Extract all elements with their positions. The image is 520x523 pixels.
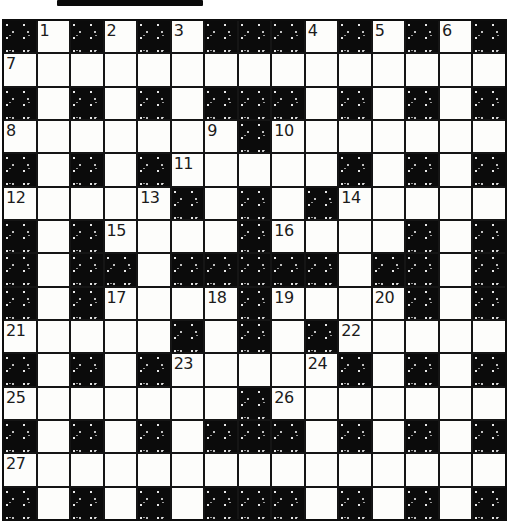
white-cell-r9c7[interactable]: 18 <box>205 288 237 319</box>
black-cell-r9c3 <box>71 288 103 319</box>
black-cell-r1c7 <box>205 21 237 52</box>
black-cell-r8c4 <box>105 254 137 285</box>
white-cell-r10c14[interactable] <box>440 321 472 352</box>
clue-number-24: 24 <box>308 354 327 373</box>
white-cell-r12c2[interactable] <box>38 388 70 419</box>
white-cell-r2c9[interactable] <box>272 54 304 85</box>
black-cell-r1c11 <box>339 21 371 52</box>
clue-number-20: 20 <box>375 288 394 307</box>
white-cell-r3c4[interactable] <box>105 88 137 119</box>
white-cell-r10c3[interactable] <box>71 321 103 352</box>
clue-number-2: 2 <box>107 21 117 40</box>
white-cell-r14c1[interactable]: 27 <box>4 454 36 485</box>
white-cell-r14c4[interactable] <box>105 454 137 485</box>
white-cell-r7c11[interactable] <box>339 221 371 252</box>
white-cell-r6c12[interactable] <box>373 188 405 219</box>
black-cell-r6c6 <box>172 188 204 219</box>
white-cell-r6c7[interactable] <box>205 188 237 219</box>
white-cell-r13c14[interactable] <box>440 421 472 452</box>
white-cell-r4c10[interactable] <box>306 121 338 152</box>
black-cell-r1c1 <box>4 21 36 52</box>
white-cell-r10c11[interactable]: 22 <box>339 321 371 352</box>
black-cell-r6c8 <box>239 188 271 219</box>
white-cell-r15c6[interactable] <box>172 488 204 519</box>
white-cell-r12c12[interactable] <box>373 388 405 419</box>
white-cell-r4c3[interactable] <box>71 121 103 152</box>
white-cell-r6c15[interactable] <box>473 188 505 219</box>
clue-number-17: 17 <box>107 288 126 307</box>
white-cell-r10c15[interactable] <box>473 321 505 352</box>
black-cell-r3c3 <box>71 88 103 119</box>
clue-number-4: 4 <box>308 21 318 40</box>
white-cell-r5c8[interactable] <box>239 154 271 185</box>
black-cell-r13c13 <box>406 421 438 452</box>
white-cell-r11c9[interactable] <box>272 354 304 385</box>
white-cell-r2c10[interactable] <box>306 54 338 85</box>
black-cell-r3c7 <box>205 88 237 119</box>
clue-number-16: 16 <box>274 221 293 240</box>
black-cell-r3c13 <box>406 88 438 119</box>
white-cell-r11c4[interactable] <box>105 354 137 385</box>
white-cell-r9c14[interactable] <box>440 288 472 319</box>
black-cell-r8c13 <box>406 254 438 285</box>
white-cell-r11c7[interactable] <box>205 354 237 385</box>
black-cell-r15c15 <box>473 488 505 519</box>
black-cell-r8c12 <box>373 254 405 285</box>
black-cell-r8c3 <box>71 254 103 285</box>
white-cell-r7c10[interactable] <box>306 221 338 252</box>
clue-number-5: 5 <box>375 21 385 40</box>
black-cell-r15c5 <box>138 488 170 519</box>
black-cell-r15c9 <box>272 488 304 519</box>
white-cell-r2c8[interactable] <box>239 54 271 85</box>
black-cell-r5c3 <box>71 154 103 185</box>
black-cell-r15c7 <box>205 488 237 519</box>
black-cell-r13c11 <box>339 421 371 452</box>
white-cell-r12c6[interactable] <box>172 388 204 419</box>
black-cell-r1c9 <box>272 21 304 52</box>
white-cell-r3c12[interactable] <box>373 88 405 119</box>
white-cell-r6c13[interactable] <box>406 188 438 219</box>
white-cell-r11c8[interactable] <box>239 354 271 385</box>
white-cell-r15c2[interactable] <box>38 488 70 519</box>
black-cell-r3c1 <box>4 88 36 119</box>
white-cell-r5c12[interactable] <box>373 154 405 185</box>
white-cell-r9c6[interactable] <box>172 288 204 319</box>
black-cell-r8c7 <box>205 254 237 285</box>
black-cell-r8c15 <box>473 254 505 285</box>
black-cell-r5c13 <box>406 154 438 185</box>
black-cell-r3c15 <box>473 88 505 119</box>
black-cell-r10c10 <box>306 321 338 352</box>
black-cell-r11c11 <box>339 354 371 385</box>
white-cell-r4c6[interactable] <box>172 121 204 152</box>
white-cell-r7c14[interactable] <box>440 221 472 252</box>
white-cell-r4c5[interactable] <box>138 121 170 152</box>
black-cell-r1c3 <box>71 21 103 52</box>
white-cell-r4c1[interactable]: 8 <box>4 121 36 152</box>
white-cell-r13c4[interactable] <box>105 421 137 452</box>
black-cell-r7c8 <box>239 221 271 252</box>
white-cell-r6c14[interactable] <box>440 188 472 219</box>
white-cell-r6c3[interactable] <box>71 188 103 219</box>
white-cell-r9c4[interactable]: 17 <box>105 288 137 319</box>
white-cell-r2c6[interactable] <box>172 54 204 85</box>
white-cell-r5c14[interactable] <box>440 154 472 185</box>
white-cell-r1c6[interactable]: 3 <box>172 21 204 52</box>
black-cell-r3c8 <box>239 88 271 119</box>
white-cell-r2c7[interactable] <box>205 54 237 85</box>
white-cell-r13c6[interactable] <box>172 421 204 452</box>
white-cell-r9c10[interactable] <box>306 288 338 319</box>
black-cell-r15c11 <box>339 488 371 519</box>
white-cell-r12c7[interactable] <box>205 388 237 419</box>
white-cell-r6c1[interactable]: 12 <box>4 188 36 219</box>
black-cell-r1c8 <box>239 21 271 52</box>
white-cell-r7c9[interactable]: 16 <box>272 221 304 252</box>
clue-number-23: 23 <box>174 354 193 373</box>
white-cell-r4c7[interactable]: 9 <box>205 121 237 152</box>
black-cell-r11c5 <box>138 354 170 385</box>
white-cell-r1c12[interactable]: 5 <box>373 21 405 52</box>
white-cell-r14c15[interactable] <box>473 454 505 485</box>
white-cell-r6c5[interactable]: 13 <box>138 188 170 219</box>
black-cell-r1c13 <box>406 21 438 52</box>
white-cell-r7c7[interactable] <box>205 221 237 252</box>
white-cell-r1c14[interactable]: 6 <box>440 21 472 52</box>
white-cell-r3c6[interactable] <box>172 88 204 119</box>
white-cell-r9c2[interactable] <box>38 288 70 319</box>
white-cell-r3c10[interactable] <box>306 88 338 119</box>
white-cell-r2c12[interactable] <box>373 54 405 85</box>
white-cell-r3c2[interactable] <box>38 88 70 119</box>
white-cell-r4c14[interactable] <box>440 121 472 152</box>
white-cell-r12c5[interactable] <box>138 388 170 419</box>
white-cell-r3c14[interactable] <box>440 88 472 119</box>
white-cell-r7c2[interactable] <box>38 221 70 252</box>
white-cell-r11c12[interactable] <box>373 354 405 385</box>
white-cell-r14c5[interactable] <box>138 454 170 485</box>
black-cell-r13c1 <box>4 421 36 452</box>
black-cell-r13c15 <box>473 421 505 452</box>
black-cell-r8c1 <box>4 254 36 285</box>
black-cell-r5c15 <box>473 154 505 185</box>
black-cell-r10c8 <box>239 321 271 352</box>
black-cell-r13c8 <box>239 421 271 452</box>
white-cell-r14c8[interactable] <box>239 454 271 485</box>
white-cell-r10c2[interactable] <box>38 321 70 352</box>
black-cell-r15c8 <box>239 488 271 519</box>
white-cell-r14c2[interactable] <box>38 454 70 485</box>
white-cell-r2c13[interactable] <box>406 54 438 85</box>
white-cell-r8c5[interactable] <box>138 254 170 285</box>
white-cell-r9c12[interactable]: 20 <box>373 288 405 319</box>
black-cell-r7c13 <box>406 221 438 252</box>
white-cell-r12c3[interactable] <box>71 388 103 419</box>
black-cell-r8c9 <box>272 254 304 285</box>
white-cell-r2c3[interactable] <box>71 54 103 85</box>
black-cell-r9c15 <box>473 288 505 319</box>
black-cell-r11c15 <box>473 354 505 385</box>
black-cell-r8c8 <box>239 254 271 285</box>
white-cell-r6c4[interactable] <box>105 188 137 219</box>
white-cell-r15c12[interactable] <box>373 488 405 519</box>
black-cell-r8c10 <box>306 254 338 285</box>
black-cell-r7c1 <box>4 221 36 252</box>
black-cell-r15c3 <box>71 488 103 519</box>
white-cell-r11c14[interactable] <box>440 354 472 385</box>
black-cell-r15c1 <box>4 488 36 519</box>
black-cell-r9c1 <box>4 288 36 319</box>
redacted-title-bar <box>57 0 203 6</box>
black-cell-r3c5 <box>138 88 170 119</box>
clue-number-8: 8 <box>6 121 16 140</box>
white-cell-r2c2[interactable] <box>38 54 70 85</box>
black-cell-r1c15 <box>473 21 505 52</box>
white-cell-r5c9[interactable] <box>272 154 304 185</box>
white-cell-r2c14[interactable] <box>440 54 472 85</box>
crossword-grid: 1234567891011121314151617181920212223242… <box>2 19 507 521</box>
white-cell-r6c11[interactable]: 14 <box>339 188 371 219</box>
clue-number-15: 15 <box>107 221 126 240</box>
white-cell-r8c11[interactable] <box>339 254 371 285</box>
clue-number-27: 27 <box>6 454 25 473</box>
white-cell-r4c2[interactable] <box>38 121 70 152</box>
white-cell-r10c7[interactable] <box>205 321 237 352</box>
black-cell-r13c3 <box>71 421 103 452</box>
clue-number-22: 22 <box>341 321 360 340</box>
white-cell-r12c14[interactable] <box>440 388 472 419</box>
white-cell-r14c6[interactable] <box>172 454 204 485</box>
clue-number-18: 18 <box>207 288 226 307</box>
white-cell-r14c10[interactable] <box>306 454 338 485</box>
white-cell-r4c12[interactable] <box>373 121 405 152</box>
black-cell-r11c3 <box>71 354 103 385</box>
black-cell-r3c11 <box>339 88 371 119</box>
black-cell-r13c5 <box>138 421 170 452</box>
black-cell-r5c5 <box>138 154 170 185</box>
clue-number-10: 10 <box>274 121 293 140</box>
clue-number-7: 7 <box>6 54 16 73</box>
black-cell-r12c8 <box>239 388 271 419</box>
black-cell-r10c6 <box>172 321 204 352</box>
white-cell-r2c1[interactable]: 7 <box>4 54 36 85</box>
white-cell-r4c15[interactable] <box>473 121 505 152</box>
white-cell-r12c10[interactable] <box>306 388 338 419</box>
clue-number-14: 14 <box>341 188 360 207</box>
white-cell-r2c4[interactable] <box>105 54 137 85</box>
white-cell-r12c15[interactable] <box>473 388 505 419</box>
white-cell-r14c9[interactable] <box>272 454 304 485</box>
black-cell-r11c13 <box>406 354 438 385</box>
white-cell-r10c1[interactable]: 21 <box>4 321 36 352</box>
white-cell-r8c14[interactable] <box>440 254 472 285</box>
white-cell-r4c9[interactable]: 10 <box>272 121 304 152</box>
white-cell-r6c2[interactable] <box>38 188 70 219</box>
black-cell-r1c5 <box>138 21 170 52</box>
white-cell-r14c11[interactable] <box>339 454 371 485</box>
white-cell-r14c13[interactable] <box>406 454 438 485</box>
clue-number-3: 3 <box>174 21 184 40</box>
white-cell-r14c7[interactable] <box>205 454 237 485</box>
white-cell-r12c13[interactable] <box>406 388 438 419</box>
white-cell-r8c2[interactable] <box>38 254 70 285</box>
black-cell-r3c9 <box>272 88 304 119</box>
white-cell-r14c14[interactable] <box>440 454 472 485</box>
white-cell-r1c10[interactable]: 4 <box>306 21 338 52</box>
white-cell-r13c2[interactable] <box>38 421 70 452</box>
white-cell-r7c12[interactable] <box>373 221 405 252</box>
white-cell-r1c2[interactable]: 1 <box>38 21 70 52</box>
white-cell-r13c10[interactable] <box>306 421 338 452</box>
white-cell-r5c2[interactable] <box>38 154 70 185</box>
clue-number-9: 9 <box>207 121 217 140</box>
clue-number-19: 19 <box>274 288 293 307</box>
white-cell-r10c5[interactable] <box>138 321 170 352</box>
white-cell-r10c4[interactable] <box>105 321 137 352</box>
white-cell-r11c10[interactable]: 24 <box>306 354 338 385</box>
white-cell-r5c7[interactable] <box>205 154 237 185</box>
white-cell-r15c14[interactable] <box>440 488 472 519</box>
black-cell-r5c11 <box>339 154 371 185</box>
clue-number-12: 12 <box>6 188 25 207</box>
black-cell-r5c1 <box>4 154 36 185</box>
black-cell-r13c7 <box>205 421 237 452</box>
white-cell-r2c11[interactable] <box>339 54 371 85</box>
black-cell-r6c10 <box>306 188 338 219</box>
clue-number-25: 25 <box>6 388 25 407</box>
white-cell-r5c10[interactable] <box>306 154 338 185</box>
black-cell-r7c3 <box>71 221 103 252</box>
white-cell-r15c4[interactable] <box>105 488 137 519</box>
clue-number-26: 26 <box>274 388 293 407</box>
white-cell-r6c9[interactable] <box>272 188 304 219</box>
white-cell-r10c12[interactable] <box>373 321 405 352</box>
white-cell-r4c4[interactable] <box>105 121 137 152</box>
black-cell-r15c13 <box>406 488 438 519</box>
white-cell-r11c2[interactable] <box>38 354 70 385</box>
white-cell-r7c6[interactable] <box>172 221 204 252</box>
white-cell-r9c5[interactable] <box>138 288 170 319</box>
white-cell-r14c3[interactable] <box>71 454 103 485</box>
black-cell-r9c13 <box>406 288 438 319</box>
white-cell-r9c9[interactable]: 19 <box>272 288 304 319</box>
white-cell-r5c6[interactable]: 11 <box>172 154 204 185</box>
white-cell-r4c11[interactable] <box>339 121 371 152</box>
white-cell-r11c6[interactable]: 23 <box>172 354 204 385</box>
white-cell-r13c12[interactable] <box>373 421 405 452</box>
black-cell-r8c6 <box>172 254 204 285</box>
white-cell-r12c9[interactable]: 26 <box>272 388 304 419</box>
clue-number-21: 21 <box>6 321 25 340</box>
white-cell-r7c5[interactable] <box>138 221 170 252</box>
white-cell-r2c5[interactable] <box>138 54 170 85</box>
white-cell-r9c11[interactable] <box>339 288 371 319</box>
white-cell-r12c11[interactable] <box>339 388 371 419</box>
white-cell-r5c4[interactable] <box>105 154 137 185</box>
white-cell-r4c13[interactable] <box>406 121 438 152</box>
white-cell-r12c4[interactable] <box>105 388 137 419</box>
white-cell-r1c4[interactable]: 2 <box>105 21 137 52</box>
clue-number-13: 13 <box>140 188 159 207</box>
white-cell-r14c12[interactable] <box>373 454 405 485</box>
white-cell-r7c4[interactable]: 15 <box>105 221 137 252</box>
black-cell-r11c1 <box>4 354 36 385</box>
black-cell-r13c9 <box>272 421 304 452</box>
white-cell-r15c10[interactable] <box>306 488 338 519</box>
white-cell-r10c13[interactable] <box>406 321 438 352</box>
black-cell-r9c8 <box>239 288 271 319</box>
white-cell-r2c15[interactable] <box>473 54 505 85</box>
clue-number-6: 6 <box>442 21 452 40</box>
clue-number-11: 11 <box>174 154 193 173</box>
clue-number-1: 1 <box>40 21 50 40</box>
white-cell-r12c1[interactable]: 25 <box>4 388 36 419</box>
white-cell-r10c9[interactable] <box>272 321 304 352</box>
black-cell-r7c15 <box>473 221 505 252</box>
black-cell-r4c8 <box>239 121 271 152</box>
